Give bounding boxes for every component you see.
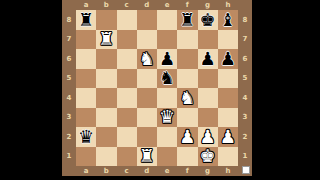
file-label-d: d — [137, 166, 157, 176]
square-b7[interactable]: ♜ — [96, 30, 116, 50]
square-e3[interactable]: ♛ — [157, 108, 177, 128]
square-h7[interactable] — [218, 30, 238, 50]
square-c5[interactable] — [117, 69, 137, 89]
square-g1[interactable]: ♚ — [198, 147, 218, 167]
square-b5[interactable] — [96, 69, 116, 89]
rank-label-1: 1 — [62, 147, 76, 167]
square-g2[interactable]: ♟ — [198, 127, 218, 147]
square-e2[interactable] — [157, 127, 177, 147]
file-label-d: d — [137, 0, 157, 10]
square-e1[interactable] — [157, 147, 177, 167]
square-a2[interactable]: ♛ — [76, 127, 96, 147]
white-knight-icon[interactable]: ♞ — [179, 89, 195, 107]
file-label-c: c — [117, 0, 137, 10]
square-c2[interactable] — [117, 127, 137, 147]
file-label-b: b — [96, 0, 116, 10]
square-g3[interactable] — [198, 108, 218, 128]
rank-label-1: 1 — [238, 147, 252, 167]
square-f8[interactable]: ♜ — [177, 10, 197, 30]
board-squares: ♜♜♚♝♜♞♟♟♟♞♞♛♛♟♟♟♜♚ — [76, 10, 238, 166]
square-c7[interactable] — [117, 30, 137, 50]
square-a7[interactable] — [76, 30, 96, 50]
square-c8[interactable] — [117, 10, 137, 30]
square-d5[interactable] — [137, 69, 157, 89]
square-f2[interactable]: ♟ — [177, 127, 197, 147]
square-c3[interactable] — [117, 108, 137, 128]
square-g4[interactable] — [198, 88, 218, 108]
square-g8[interactable]: ♚ — [198, 10, 218, 30]
square-c1[interactable] — [117, 147, 137, 167]
rank-label-6: 6 — [238, 49, 252, 69]
square-g5[interactable] — [198, 69, 218, 89]
white-pawn-icon[interactable]: ♟ — [220, 128, 236, 146]
square-c4[interactable] — [117, 88, 137, 108]
file-label-e: e — [157, 0, 177, 10]
rank-label-6: 6 — [62, 49, 76, 69]
square-e7[interactable] — [157, 30, 177, 50]
file-label-a: a — [76, 166, 96, 176]
rank-label-2: 2 — [238, 127, 252, 147]
square-h3[interactable] — [218, 108, 238, 128]
square-b3[interactable] — [96, 108, 116, 128]
square-h2[interactable]: ♟ — [218, 127, 238, 147]
square-f5[interactable] — [177, 69, 197, 89]
white-knight-icon[interactable]: ♞ — [139, 50, 155, 68]
square-d8[interactable] — [137, 10, 157, 30]
square-e4[interactable] — [157, 88, 177, 108]
rank-label-5: 5 — [238, 69, 252, 89]
black-king-icon[interactable]: ♚ — [200, 11, 216, 29]
file-label-g: g — [198, 166, 218, 176]
black-rook-icon[interactable]: ♜ — [78, 11, 94, 29]
square-a1[interactable] — [76, 147, 96, 167]
white-pawn-icon[interactable]: ♟ — [179, 128, 195, 146]
square-a3[interactable] — [76, 108, 96, 128]
rank-labels-left: 87654321 — [62, 10, 76, 166]
square-f7[interactable] — [177, 30, 197, 50]
black-knight-icon[interactable]: ♞ — [159, 69, 175, 87]
file-label-f: f — [177, 166, 197, 176]
square-h6[interactable]: ♟ — [218, 49, 238, 69]
chess-board: abcdefgh 87654321 87654321 ♜♜♚♝♜♞♟♟♟♞♞♛♛… — [62, 0, 252, 176]
file-label-e: e — [157, 166, 177, 176]
chess-diagram: abcdefgh 87654321 87654321 ♜♜♚♝♜♞♟♟♟♞♞♛♛… — [0, 0, 320, 180]
white-rook-icon[interactable]: ♜ — [98, 30, 114, 48]
rank-label-8: 8 — [62, 10, 76, 30]
square-h5[interactable] — [218, 69, 238, 89]
file-labels-bottom: abcdefgh — [76, 166, 238, 176]
square-g7[interactable] — [198, 30, 218, 50]
square-e6[interactable]: ♟ — [157, 49, 177, 69]
black-pawn-icon[interactable]: ♟ — [220, 50, 236, 68]
black-rook-icon[interactable]: ♜ — [179, 11, 195, 29]
square-a6[interactable] — [76, 49, 96, 69]
square-b1[interactable] — [96, 147, 116, 167]
square-h4[interactable] — [218, 88, 238, 108]
file-label-c: c — [117, 166, 137, 176]
square-d7[interactable] — [137, 30, 157, 50]
black-queen-icon[interactable]: ♛ — [78, 128, 94, 146]
square-f4[interactable]: ♞ — [177, 88, 197, 108]
rank-label-7: 7 — [62, 30, 76, 50]
rank-label-2: 2 — [62, 127, 76, 147]
white-king-icon[interactable]: ♚ — [200, 147, 216, 165]
square-a5[interactable] — [76, 69, 96, 89]
square-a4[interactable] — [76, 88, 96, 108]
rank-labels-right: 87654321 — [238, 10, 252, 166]
square-b6[interactable] — [96, 49, 116, 69]
rank-label-4: 4 — [238, 88, 252, 108]
black-bishop-icon[interactable]: ♝ — [220, 11, 236, 29]
file-label-b: b — [96, 166, 116, 176]
square-h1[interactable] — [218, 147, 238, 167]
square-e8[interactable] — [157, 10, 177, 30]
square-d2[interactable] — [137, 127, 157, 147]
square-f6[interactable] — [177, 49, 197, 69]
rank-label-3: 3 — [62, 108, 76, 128]
square-d4[interactable] — [137, 88, 157, 108]
square-b8[interactable] — [96, 10, 116, 30]
white-rook-icon[interactable]: ♜ — [139, 147, 155, 165]
square-e5[interactable]: ♞ — [157, 69, 177, 89]
square-h8[interactable]: ♝ — [218, 10, 238, 30]
square-f1[interactable] — [177, 147, 197, 167]
side-to-move-indicator — [242, 166, 250, 174]
rank-label-5: 5 — [62, 69, 76, 89]
square-d3[interactable] — [137, 108, 157, 128]
square-b4[interactable] — [96, 88, 116, 108]
square-g6[interactable]: ♟ — [198, 49, 218, 69]
file-label-h: h — [218, 166, 238, 176]
square-d1[interactable]: ♜ — [137, 147, 157, 167]
square-f3[interactable] — [177, 108, 197, 128]
white-pawn-icon[interactable]: ♟ — [200, 128, 216, 146]
rank-label-7: 7 — [238, 30, 252, 50]
square-c6[interactable] — [117, 49, 137, 69]
rank-label-4: 4 — [62, 88, 76, 108]
square-d6[interactable]: ♞ — [137, 49, 157, 69]
square-b2[interactable] — [96, 127, 116, 147]
rank-label-8: 8 — [238, 10, 252, 30]
black-pawn-icon[interactable]: ♟ — [200, 50, 216, 68]
white-queen-icon[interactable]: ♛ — [159, 108, 175, 126]
rank-label-3: 3 — [238, 108, 252, 128]
square-a8[interactable]: ♜ — [76, 10, 96, 30]
black-pawn-icon[interactable]: ♟ — [159, 50, 175, 68]
